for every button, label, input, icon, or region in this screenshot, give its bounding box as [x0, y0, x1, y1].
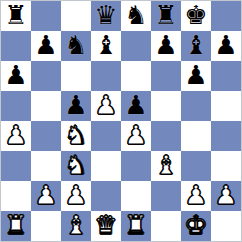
square-b3[interactable] [31, 151, 61, 181]
square-e8[interactable]: ♞ [121, 1, 151, 31]
square-h6[interactable] [211, 61, 241, 91]
square-a5[interactable] [1, 91, 31, 121]
square-a8[interactable]: ♜ [1, 1, 31, 31]
square-f5[interactable] [151, 91, 181, 121]
square-c4[interactable]: ♞ [61, 121, 91, 151]
square-d6[interactable] [91, 61, 121, 91]
white-pawn[interactable]: ♟ [4, 122, 27, 148]
square-f6[interactable] [151, 61, 181, 91]
black-pawn[interactable]: ♟ [64, 92, 87, 118]
white-pawn[interactable]: ♟ [94, 92, 117, 118]
square-d8[interactable]: ♛ [91, 1, 121, 31]
white-pawn[interactable]: ♟ [124, 122, 147, 148]
square-d1[interactable]: ♛ [91, 211, 121, 241]
white-pawn[interactable]: ♟ [64, 182, 87, 208]
square-g6[interactable]: ♟ [181, 61, 211, 91]
square-h1[interactable] [211, 211, 241, 241]
black-knight[interactable]: ♞ [124, 2, 147, 28]
black-bishop[interactable]: ♝ [94, 32, 117, 58]
square-a6[interactable]: ♟ [1, 61, 31, 91]
white-king[interactable]: ♚ [184, 212, 207, 238]
black-pawn[interactable]: ♟ [184, 62, 207, 88]
white-rook[interactable]: ♜ [124, 212, 147, 238]
white-knight[interactable]: ♞ [64, 122, 87, 148]
square-e4[interactable]: ♟ [121, 121, 151, 151]
square-c3[interactable]: ♞ [61, 151, 91, 181]
square-g8[interactable]: ♚ [181, 1, 211, 31]
square-a2[interactable] [1, 181, 31, 211]
square-d3[interactable] [91, 151, 121, 181]
square-f7[interactable]: ♟ [151, 31, 181, 61]
square-c8[interactable] [61, 1, 91, 31]
square-d2[interactable] [91, 181, 121, 211]
square-b2[interactable]: ♟ [31, 181, 61, 211]
square-e3[interactable] [121, 151, 151, 181]
square-a1[interactable]: ♜ [1, 211, 31, 241]
square-b7[interactable]: ♟ [31, 31, 61, 61]
black-pawn[interactable]: ♟ [214, 32, 237, 58]
square-e2[interactable] [121, 181, 151, 211]
square-b1[interactable] [31, 211, 61, 241]
square-h5[interactable] [211, 91, 241, 121]
square-d4[interactable] [91, 121, 121, 151]
black-rook[interactable]: ♜ [154, 2, 177, 28]
square-d5[interactable]: ♟ [91, 91, 121, 121]
square-b6[interactable] [31, 61, 61, 91]
square-g4[interactable] [181, 121, 211, 151]
square-e6[interactable] [121, 61, 151, 91]
black-king[interactable]: ♚ [184, 2, 207, 28]
square-f1[interactable] [151, 211, 181, 241]
black-pawn[interactable]: ♟ [34, 32, 57, 58]
square-f8[interactable]: ♜ [151, 1, 181, 31]
square-h2[interactable]: ♟ [211, 181, 241, 211]
square-c2[interactable]: ♟ [61, 181, 91, 211]
square-a3[interactable] [1, 151, 31, 181]
square-g5[interactable] [181, 91, 211, 121]
square-b5[interactable] [31, 91, 61, 121]
square-e5[interactable]: ♟ [121, 91, 151, 121]
black-bishop[interactable]: ♝ [184, 32, 207, 58]
white-rook[interactable]: ♜ [4, 212, 27, 238]
white-bishop[interactable]: ♝ [64, 212, 87, 238]
square-h7[interactable]: ♟ [211, 31, 241, 61]
square-b4[interactable] [31, 121, 61, 151]
square-h8[interactable] [211, 1, 241, 31]
square-g3[interactable] [181, 151, 211, 181]
square-c6[interactable] [61, 61, 91, 91]
white-queen[interactable]: ♛ [94, 212, 117, 238]
square-c1[interactable]: ♝ [61, 211, 91, 241]
square-c7[interactable]: ♞ [61, 31, 91, 61]
white-knight[interactable]: ♞ [64, 152, 87, 178]
black-pawn[interactable]: ♟ [4, 62, 27, 88]
white-pawn[interactable]: ♟ [214, 182, 237, 208]
square-b8[interactable] [31, 1, 61, 31]
square-e1[interactable]: ♜ [121, 211, 151, 241]
square-g2[interactable]: ♟ [181, 181, 211, 211]
black-pawn[interactable]: ♟ [154, 32, 177, 58]
square-g7[interactable]: ♝ [181, 31, 211, 61]
square-c5[interactable]: ♟ [61, 91, 91, 121]
square-f4[interactable] [151, 121, 181, 151]
square-f2[interactable] [151, 181, 181, 211]
black-pawn[interactable]: ♟ [124, 92, 147, 118]
white-pawn[interactable]: ♟ [184, 182, 207, 208]
square-f3[interactable]: ♝ [151, 151, 181, 181]
black-knight[interactable]: ♞ [64, 32, 87, 58]
square-h4[interactable] [211, 121, 241, 151]
square-g1[interactable]: ♚ [181, 211, 211, 241]
black-rook[interactable]: ♜ [4, 2, 27, 28]
square-a4[interactable]: ♟ [1, 121, 31, 151]
white-bishop[interactable]: ♝ [154, 152, 177, 178]
black-queen[interactable]: ♛ [94, 2, 117, 28]
white-pawn[interactable]: ♟ [34, 182, 57, 208]
square-a7[interactable] [1, 31, 31, 61]
square-e7[interactable] [121, 31, 151, 61]
square-d7[interactable]: ♝ [91, 31, 121, 61]
chess-board: ♜♛♞♜♚♟♞♝♟♝♟♟♟♟♟♟♟♞♟♞♝♟♟♟♟♜♝♛♜♚ [0, 0, 242, 242]
square-h3[interactable] [211, 151, 241, 181]
